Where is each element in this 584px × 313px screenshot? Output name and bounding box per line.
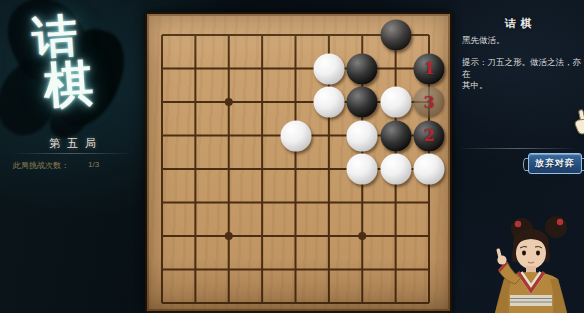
give-up-button[interactable]: 放弃对弈 — [528, 153, 582, 174]
white-stone — [347, 154, 378, 185]
white-stone — [313, 53, 344, 84]
puzzle-title: 诘棋 — [452, 16, 584, 31]
round-label: 第五局 — [0, 136, 145, 151]
left-divider — [12, 153, 132, 154]
white-stone — [313, 87, 344, 118]
attempts-label: 此局挑战次数： — [13, 160, 69, 171]
calligraphy-char-qi: 棋 — [42, 58, 94, 110]
black-stone — [380, 120, 411, 151]
black-stone: 2 — [414, 120, 445, 151]
hand-cursor-icon — [572, 108, 584, 136]
game-screen: { "game": "go", "app": { "description_ti… — [0, 0, 584, 313]
go-board[interactable]: 123 — [145, 12, 452, 313]
white-stone — [347, 120, 378, 151]
move-number: 1 — [423, 61, 434, 77]
objective-text: 黑先做活。 — [462, 35, 505, 47]
calligraphy-char-jie: 诘 — [30, 12, 78, 60]
move-number: 3 — [423, 94, 434, 110]
hint-text: 提示：刀五之形。做活之法，亦在 其中。 — [462, 57, 582, 92]
hint-line-2: 其中。 — [462, 80, 488, 90]
white-stone — [280, 120, 311, 151]
black-stone — [347, 87, 378, 118]
attempts-value: 1/3 — [88, 160, 99, 169]
move-number: 2 — [423, 128, 434, 144]
ghost-stone-preview[interactable]: 3 — [414, 87, 445, 118]
black-stone — [347, 53, 378, 84]
girl-character-portrait — [474, 188, 584, 313]
white-stone — [380, 87, 411, 118]
white-stone — [380, 154, 411, 185]
black-stone: 1 — [414, 53, 445, 84]
hint-line-1: 提示：刀五之形。做活之法，亦在 — [462, 57, 581, 79]
black-stone — [380, 20, 411, 51]
right-divider — [458, 148, 578, 149]
white-stone — [414, 154, 445, 185]
left-panel: 诘 棋 第五局 此局挑战次数： 1/3 — [0, 0, 145, 313]
